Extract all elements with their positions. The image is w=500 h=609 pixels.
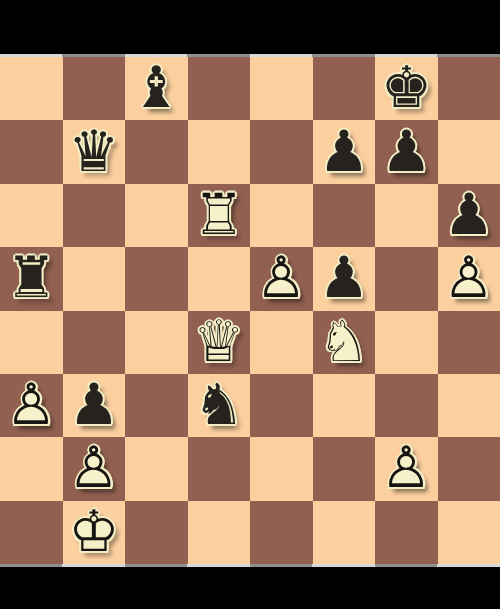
- square-h1[interactable]: [438, 501, 500, 564]
- square-a8[interactable]: [0, 57, 63, 120]
- square-h2[interactable]: [438, 437, 500, 500]
- square-h6[interactable]: ♟: [438, 184, 500, 247]
- square-a2[interactable]: [0, 437, 63, 500]
- white-pawn[interactable]: ♟♙: [375, 436, 438, 499]
- square-e4[interactable]: [250, 311, 313, 374]
- square-c8[interactable]: ♝: [125, 57, 188, 120]
- piece-outline-layer: ♙: [438, 246, 500, 309]
- piece-outline-layer: ♖: [188, 183, 251, 246]
- square-e5[interactable]: ♟♙: [250, 247, 313, 310]
- square-f7[interactable]: ♟: [313, 120, 376, 183]
- piece-outline-layer: ♘: [313, 310, 376, 373]
- square-d7[interactable]: [188, 120, 251, 183]
- piece-outline-layer: ♙: [63, 436, 126, 499]
- black-king[interactable]: ♚: [375, 56, 438, 119]
- square-c5[interactable]: [125, 247, 188, 310]
- piece-outline-layer: ♙: [0, 373, 63, 436]
- square-g2[interactable]: ♟♙: [375, 437, 438, 500]
- square-c7[interactable]: [125, 120, 188, 183]
- piece-outline-layer: ♙: [375, 436, 438, 499]
- square-f3[interactable]: [313, 374, 376, 437]
- square-e2[interactable]: [250, 437, 313, 500]
- square-a5[interactable]: ♜: [0, 247, 63, 310]
- square-a3[interactable]: ♟♙: [0, 374, 63, 437]
- square-g4[interactable]: [375, 311, 438, 374]
- square-a7[interactable]: [0, 120, 63, 183]
- square-f5[interactable]: ♟: [313, 247, 376, 310]
- square-b8[interactable]: [63, 57, 126, 120]
- white-rook[interactable]: ♜♖: [188, 183, 251, 246]
- square-c4[interactable]: [125, 311, 188, 374]
- black-pawn[interactable]: ♟: [63, 373, 126, 436]
- square-b1[interactable]: ♚♔: [63, 501, 126, 564]
- chess-board: ♝♚♛♟♟♜♖♟♜♟♙♟♟♙♛♕♞♘♟♙♟♞♟♙♟♙♚♔: [0, 57, 500, 564]
- square-g7[interactable]: ♟: [375, 120, 438, 183]
- square-c1[interactable]: [125, 501, 188, 564]
- black-rook[interactable]: ♜: [0, 246, 63, 309]
- square-d6[interactable]: ♜♖: [188, 184, 251, 247]
- white-pawn[interactable]: ♟♙: [250, 246, 313, 309]
- square-f6[interactable]: [313, 184, 376, 247]
- square-c6[interactable]: [125, 184, 188, 247]
- square-f2[interactable]: [313, 437, 376, 500]
- square-b3[interactable]: ♟: [63, 374, 126, 437]
- square-h7[interactable]: [438, 120, 500, 183]
- white-pawn[interactable]: ♟♙: [438, 246, 500, 309]
- square-d8[interactable]: [188, 57, 251, 120]
- piece-outline-layer: ♔: [63, 500, 126, 563]
- square-b6[interactable]: [63, 184, 126, 247]
- square-h5[interactable]: ♟♙: [438, 247, 500, 310]
- square-h3[interactable]: [438, 374, 500, 437]
- square-a1[interactable]: [0, 501, 63, 564]
- square-g6[interactable]: [375, 184, 438, 247]
- square-a6[interactable]: [0, 184, 63, 247]
- square-a4[interactable]: [0, 311, 63, 374]
- white-pawn[interactable]: ♟♙: [63, 436, 126, 499]
- square-g3[interactable]: [375, 374, 438, 437]
- square-d2[interactable]: [188, 437, 251, 500]
- square-f1[interactable]: [313, 501, 376, 564]
- square-g5[interactable]: [375, 247, 438, 310]
- square-g8[interactable]: ♚: [375, 57, 438, 120]
- square-d3[interactable]: ♞: [188, 374, 251, 437]
- square-h8[interactable]: [438, 57, 500, 120]
- square-e7[interactable]: [250, 120, 313, 183]
- square-e6[interactable]: [250, 184, 313, 247]
- piece-outline-layer: ♕: [188, 310, 251, 373]
- black-pawn[interactable]: ♟: [375, 119, 438, 182]
- square-g1[interactable]: [375, 501, 438, 564]
- square-d4[interactable]: ♛♕: [188, 311, 251, 374]
- square-d1[interactable]: [188, 501, 251, 564]
- top-letterbox: [0, 0, 500, 54]
- square-b7[interactable]: ♛: [63, 120, 126, 183]
- square-b5[interactable]: [63, 247, 126, 310]
- square-e8[interactable]: [250, 57, 313, 120]
- piece-outline-layer: ♙: [250, 246, 313, 309]
- white-pawn[interactable]: ♟♙: [0, 373, 63, 436]
- white-queen[interactable]: ♛♕: [188, 310, 251, 373]
- square-e3[interactable]: [250, 374, 313, 437]
- square-b4[interactable]: [63, 311, 126, 374]
- black-bishop[interactable]: ♝: [125, 56, 188, 119]
- square-e1[interactable]: [250, 501, 313, 564]
- black-pawn[interactable]: ♟: [313, 119, 376, 182]
- square-h4[interactable]: [438, 311, 500, 374]
- bottom-letterbox: [0, 567, 500, 609]
- square-c3[interactable]: [125, 374, 188, 437]
- square-f8[interactable]: [313, 57, 376, 120]
- black-queen[interactable]: ♛: [63, 119, 126, 182]
- black-pawn[interactable]: ♟: [313, 246, 376, 309]
- black-pawn[interactable]: ♟: [438, 183, 500, 246]
- square-f4[interactable]: ♞♘: [313, 311, 376, 374]
- black-knight[interactable]: ♞: [188, 373, 251, 436]
- white-king[interactable]: ♚♔: [63, 500, 126, 563]
- square-c2[interactable]: [125, 437, 188, 500]
- chess-app-viewport: ♝♚♛♟♟♜♖♟♜♟♙♟♟♙♛♕♞♘♟♙♟♞♟♙♟♙♚♔: [0, 0, 500, 609]
- square-d5[interactable]: [188, 247, 251, 310]
- square-b2[interactable]: ♟♙: [63, 437, 126, 500]
- white-knight[interactable]: ♞♘: [313, 310, 376, 373]
